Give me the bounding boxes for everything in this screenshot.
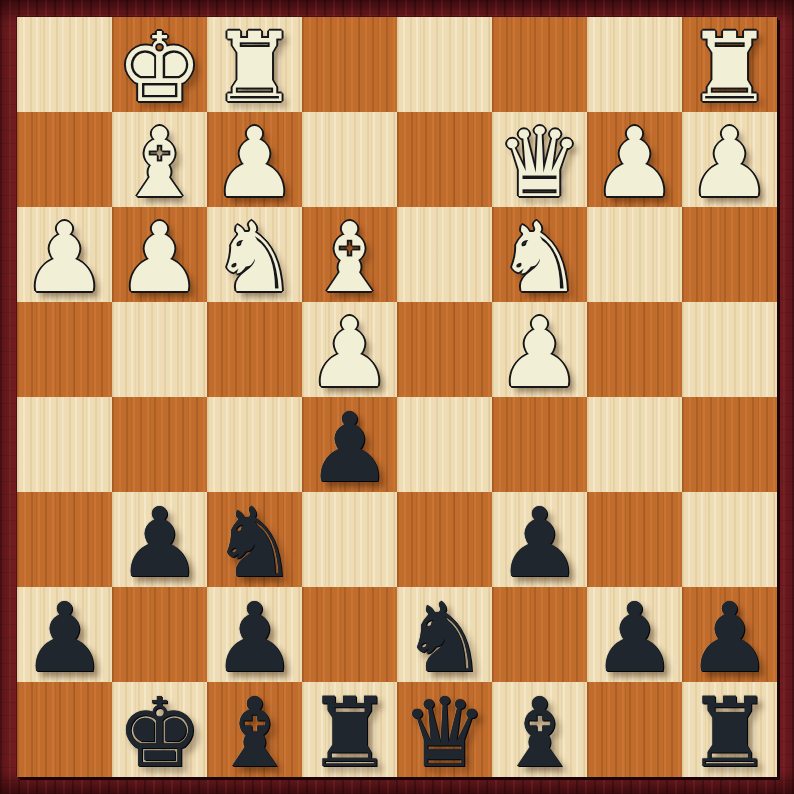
square-e8[interactable]: ♜ <box>302 682 397 777</box>
square-b5[interactable] <box>587 397 682 492</box>
square-a2[interactable]: ♟ <box>682 112 777 207</box>
square-a1[interactable]: ♜ <box>682 17 777 112</box>
square-a4[interactable] <box>682 302 777 397</box>
black-queen: ♛ <box>401 685 487 781</box>
square-c6[interactable]: ♟ <box>492 492 587 587</box>
square-d4[interactable] <box>397 302 492 397</box>
square-g8[interactable]: ♚ <box>112 682 207 777</box>
square-c3[interactable]: ♞ <box>492 207 587 302</box>
square-d3[interactable] <box>397 207 492 302</box>
black-rook: ♜ <box>306 685 392 781</box>
black-rook: ♜ <box>686 685 772 781</box>
square-d5[interactable] <box>397 397 492 492</box>
black-pawn: ♟ <box>306 400 392 496</box>
black-pawn: ♟ <box>686 590 772 686</box>
square-e4[interactable]: ♟ <box>302 302 397 397</box>
square-c5[interactable] <box>492 397 587 492</box>
white-pawn: ♟ <box>21 210 107 306</box>
square-d1[interactable] <box>397 17 492 112</box>
black-pawn: ♟ <box>496 495 582 591</box>
black-pawn: ♟ <box>116 495 202 591</box>
square-h3[interactable]: ♟ <box>17 207 112 302</box>
square-f6[interactable]: ♞ <box>207 492 302 587</box>
square-g7[interactable] <box>112 587 207 682</box>
white-bishop: ♝ <box>306 210 392 306</box>
square-f4[interactable] <box>207 302 302 397</box>
square-c8[interactable]: ♝ <box>492 682 587 777</box>
square-a6[interactable] <box>682 492 777 587</box>
square-h2[interactable] <box>17 112 112 207</box>
square-b7[interactable]: ♟ <box>587 587 682 682</box>
square-b2[interactable]: ♟ <box>587 112 682 207</box>
white-rook: ♜ <box>211 20 297 116</box>
white-pawn: ♟ <box>116 210 202 306</box>
black-knight: ♞ <box>401 590 487 686</box>
square-e2[interactable] <box>302 112 397 207</box>
black-pawn: ♟ <box>211 590 297 686</box>
square-h6[interactable] <box>17 492 112 587</box>
square-d7[interactable]: ♞ <box>397 587 492 682</box>
square-b8[interactable] <box>587 682 682 777</box>
square-f2[interactable]: ♟ <box>207 112 302 207</box>
square-e3[interactable]: ♝ <box>302 207 397 302</box>
black-knight: ♞ <box>211 495 297 591</box>
square-f8[interactable]: ♝ <box>207 682 302 777</box>
square-c4[interactable]: ♟ <box>492 302 587 397</box>
square-a3[interactable] <box>682 207 777 302</box>
square-h5[interactable] <box>17 397 112 492</box>
square-g2[interactable]: ♝ <box>112 112 207 207</box>
white-knight: ♞ <box>496 210 582 306</box>
square-a8[interactable]: ♜ <box>682 682 777 777</box>
square-h1[interactable] <box>17 17 112 112</box>
white-knight: ♞ <box>211 210 297 306</box>
square-e6[interactable] <box>302 492 397 587</box>
square-d6[interactable] <box>397 492 492 587</box>
square-f5[interactable] <box>207 397 302 492</box>
board-frame: ♚♜♜♝♟♛♟♟♟♟♞♝♞♟♟♟♟♞♟♟♟♞♟♟♚♝♜♛♝♜ <box>0 0 794 794</box>
square-g5[interactable] <box>112 397 207 492</box>
white-pawn: ♟ <box>686 115 772 211</box>
square-c7[interactable] <box>492 587 587 682</box>
square-d2[interactable] <box>397 112 492 207</box>
square-b3[interactable] <box>587 207 682 302</box>
square-e7[interactable] <box>302 587 397 682</box>
white-pawn: ♟ <box>591 115 677 211</box>
square-f3[interactable]: ♞ <box>207 207 302 302</box>
white-queen: ♛ <box>496 115 582 211</box>
square-c2[interactable]: ♛ <box>492 112 587 207</box>
square-e1[interactable] <box>302 17 397 112</box>
white-bishop: ♝ <box>116 115 202 211</box>
square-b4[interactable] <box>587 302 682 397</box>
black-king: ♚ <box>116 685 202 781</box>
black-bishop: ♝ <box>211 685 297 781</box>
square-g1[interactable]: ♚ <box>112 17 207 112</box>
white-king: ♚ <box>116 20 202 116</box>
square-b6[interactable] <box>587 492 682 587</box>
square-f1[interactable]: ♜ <box>207 17 302 112</box>
square-f7[interactable]: ♟ <box>207 587 302 682</box>
square-h7[interactable]: ♟ <box>17 587 112 682</box>
square-e5[interactable]: ♟ <box>302 397 397 492</box>
square-a7[interactable]: ♟ <box>682 587 777 682</box>
white-pawn: ♟ <box>306 305 392 401</box>
chess-board: ♚♜♜♝♟♛♟♟♟♟♞♝♞♟♟♟♟♞♟♟♟♞♟♟♚♝♜♛♝♜ <box>17 17 777 777</box>
square-h8[interactable] <box>17 682 112 777</box>
square-h4[interactable] <box>17 302 112 397</box>
black-pawn: ♟ <box>591 590 677 686</box>
square-c1[interactable] <box>492 17 587 112</box>
white-pawn: ♟ <box>496 305 582 401</box>
black-pawn: ♟ <box>21 590 107 686</box>
square-g4[interactable] <box>112 302 207 397</box>
white-pawn: ♟ <box>211 115 297 211</box>
square-g6[interactable]: ♟ <box>112 492 207 587</box>
square-b1[interactable] <box>587 17 682 112</box>
square-a5[interactable] <box>682 397 777 492</box>
square-g3[interactable]: ♟ <box>112 207 207 302</box>
square-d8[interactable]: ♛ <box>397 682 492 777</box>
black-bishop: ♝ <box>496 685 582 781</box>
white-rook: ♜ <box>686 20 772 116</box>
